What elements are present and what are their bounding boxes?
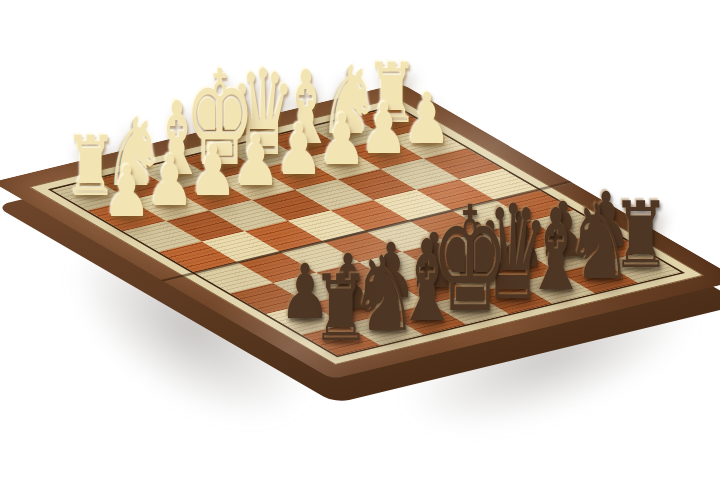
product-photo: ♜♞♝♛♚♝♞♜♟♟♟♟♟♟♟♟♟♟♟♟♟♟♟♟♜♞♝♛♚♝♞♜ bbox=[0, 0, 720, 504]
